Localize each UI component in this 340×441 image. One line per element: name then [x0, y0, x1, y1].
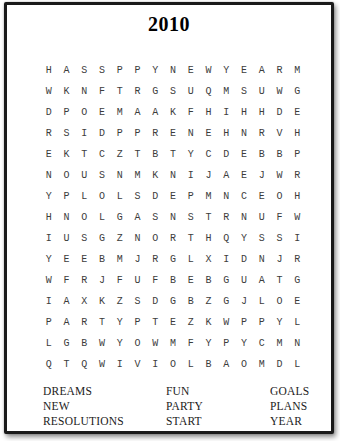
grid-cell[interactable]: U: [129, 270, 147, 291]
grid-cell[interactable]: N: [253, 249, 271, 270]
grid-cell[interactable]: F: [93, 81, 111, 102]
grid-cell[interactable]: F: [111, 270, 129, 291]
grid-cell[interactable]: F: [146, 270, 164, 291]
grid-cell[interactable]: C: [235, 186, 253, 207]
grid-cell[interactable]: P: [40, 312, 58, 333]
grid-cell[interactable]: E: [253, 186, 271, 207]
grid-cell[interactable]: W: [146, 333, 164, 354]
grid-cell[interactable]: O: [146, 228, 164, 249]
grid-cell[interactable]: E: [235, 144, 253, 165]
grid-cell[interactable]: U: [58, 228, 76, 249]
grid-cell[interactable]: A: [217, 165, 235, 186]
grid-cell[interactable]: V: [271, 123, 289, 144]
grid-cell[interactable]: E: [182, 270, 200, 291]
grid-cell[interactable]: S: [164, 81, 182, 102]
grid-cell[interactable]: H: [288, 123, 306, 144]
grid-cell[interactable]: I: [146, 354, 164, 375]
grid-cell[interactable]: K: [164, 102, 182, 123]
grid-cell[interactable]: D: [146, 186, 164, 207]
grid-cell[interactable]: Q: [200, 81, 218, 102]
grid-cell[interactable]: S: [271, 228, 289, 249]
grid-cell[interactable]: F: [271, 207, 289, 228]
grid-cell[interactable]: W: [93, 333, 111, 354]
word-list-item: RESOLUTIONS: [43, 414, 166, 429]
grid-cell[interactable]: G: [164, 249, 182, 270]
grid-cell[interactable]: E: [200, 123, 218, 144]
grid-cell[interactable]: N: [111, 165, 129, 186]
word-list-item: START: [166, 414, 270, 429]
grid-cell[interactable]: U: [253, 207, 271, 228]
grid-cell[interactable]: Y: [182, 144, 200, 165]
grid-cell[interactable]: R: [75, 270, 93, 291]
grid-cell[interactable]: Y: [146, 60, 164, 81]
grid-cell[interactable]: L: [93, 207, 111, 228]
grid-cell[interactable]: R: [288, 165, 306, 186]
puzzle-title: 2010: [7, 13, 331, 36]
grid-cell[interactable]: S: [75, 60, 93, 81]
grid-cell[interactable]: M: [200, 186, 218, 207]
grid-cell[interactable]: Z: [111, 291, 129, 312]
grid-cell[interactable]: G: [146, 81, 164, 102]
grid-cell[interactable]: Q: [40, 354, 58, 375]
word-list-item: DREAMS: [43, 384, 166, 399]
grid-cell[interactable]: J: [93, 270, 111, 291]
grid-cell[interactable]: N: [164, 207, 182, 228]
grid-cell[interactable]: P: [111, 123, 129, 144]
grid-cell[interactable]: N: [75, 81, 93, 102]
grid-cell[interactable]: L: [253, 291, 271, 312]
grid-cell[interactable]: P: [58, 186, 76, 207]
grid-cell[interactable]: L: [182, 249, 200, 270]
grid-cell[interactable]: O: [129, 333, 147, 354]
grid-cell[interactable]: N: [182, 123, 200, 144]
grid-cell[interactable]: Y: [235, 333, 253, 354]
grid-cell[interactable]: L: [75, 186, 93, 207]
grid-cell[interactable]: O: [58, 165, 76, 186]
grid-cell[interactable]: M: [288, 60, 306, 81]
word-list-item: YEAR: [270, 414, 309, 429]
grid-cell[interactable]: A: [217, 354, 235, 375]
grid-cell[interactable]: G: [93, 228, 111, 249]
grid-cell[interactable]: B: [271, 144, 289, 165]
grid-cell[interactable]: T: [111, 81, 129, 102]
grid-cell[interactable]: S: [93, 60, 111, 81]
grid-cell[interactable]: H: [200, 228, 218, 249]
grid-cell[interactable]: S: [146, 207, 164, 228]
word-search-screenshot: { "game": "word-search", "title": "2010"…: [0, 0, 340, 441]
grid-cell[interactable]: R: [271, 60, 289, 81]
grid-cell[interactable]: H: [217, 123, 235, 144]
grid-cell[interactable]: G: [58, 333, 76, 354]
grid-cell[interactable]: H: [200, 102, 218, 123]
grid-cell[interactable]: I: [217, 249, 235, 270]
grid-cell[interactable]: G: [217, 291, 235, 312]
grid-cell[interactable]: K: [58, 144, 76, 165]
grid-cell[interactable]: D: [271, 354, 289, 375]
letter-grid: HASSPPYNEWYEARMWKNFTRGSUQMSUWGDPOEMAAKFH…: [40, 60, 306, 375]
grid-cell[interactable]: G: [217, 270, 235, 291]
grid-cell[interactable]: O: [75, 207, 93, 228]
grid-cell[interactable]: O: [164, 354, 182, 375]
grid-cell[interactable]: L: [288, 312, 306, 333]
grid-cell[interactable]: A: [129, 207, 147, 228]
grid-cell[interactable]: G: [164, 291, 182, 312]
grid-cell[interactable]: Q: [217, 228, 235, 249]
grid-cell[interactable]: W: [217, 312, 235, 333]
grid-cell[interactable]: S: [253, 228, 271, 249]
grid-cell[interactable]: Y: [235, 228, 253, 249]
grid-cell[interactable]: P: [288, 144, 306, 165]
grid-cell[interactable]: F: [182, 333, 200, 354]
grid-cell[interactable]: N: [164, 60, 182, 81]
word-list-item: GOALS: [270, 384, 309, 399]
grid-cell[interactable]: B: [146, 144, 164, 165]
grid-cell[interactable]: T: [271, 270, 289, 291]
grid-cell[interactable]: O: [271, 186, 289, 207]
word-list-item: FUN: [166, 384, 270, 399]
grid-cell[interactable]: N: [164, 165, 182, 186]
grid-cell[interactable]: Z: [200, 291, 218, 312]
grid-cell[interactable]: E: [40, 144, 58, 165]
word-list-column: GOALSPLANSYEAR: [270, 384, 309, 429]
word-list-column: DREAMSNEWRESOLUTIONS: [43, 384, 166, 429]
grid-cell[interactable]: M: [164, 333, 182, 354]
grid-cell[interactable]: B: [253, 144, 271, 165]
grid-cell[interactable]: R: [146, 249, 164, 270]
grid-cell[interactable]: N: [40, 165, 58, 186]
grid-cell[interactable]: I: [111, 354, 129, 375]
grid-cell[interactable]: B: [182, 291, 200, 312]
grid-cell[interactable]: A: [58, 60, 76, 81]
grid-cell[interactable]: C: [253, 333, 271, 354]
grid-cell[interactable]: I: [75, 123, 93, 144]
grid-cell[interactable]: F: [58, 270, 76, 291]
grid-cell[interactable]: G: [111, 207, 129, 228]
grid-cell[interactable]: L: [40, 333, 58, 354]
grid-cell[interactable]: A: [129, 102, 147, 123]
grid-cell[interactable]: W: [40, 270, 58, 291]
grid-cell[interactable]: H: [235, 102, 253, 123]
grid-cell[interactable]: N: [217, 186, 235, 207]
grid-cell[interactable]: T: [75, 144, 93, 165]
grid-cell[interactable]: R: [217, 207, 235, 228]
grid-cell[interactable]: M: [111, 102, 129, 123]
grid-cell[interactable]: D: [271, 102, 289, 123]
grid-cell[interactable]: B: [93, 249, 111, 270]
grid-cell[interactable]: W: [288, 207, 306, 228]
grid-cell[interactable]: X: [200, 249, 218, 270]
grid-cell[interactable]: C: [93, 144, 111, 165]
word-list-item: NEW: [43, 399, 166, 414]
grid-cell[interactable]: G: [288, 81, 306, 102]
grid-cell[interactable]: P: [129, 312, 147, 333]
grid-cell[interactable]: R: [129, 81, 147, 102]
grid-cell[interactable]: N: [288, 333, 306, 354]
grid-cell[interactable]: H: [40, 207, 58, 228]
grid-cell[interactable]: Y: [111, 333, 129, 354]
grid-cell[interactable]: W: [200, 60, 218, 81]
grid-cell[interactable]: P: [129, 60, 147, 81]
grid-cell[interactable]: Y: [111, 312, 129, 333]
grid-cell[interactable]: T: [146, 312, 164, 333]
grid-cell[interactable]: R: [253, 123, 271, 144]
grid-cell[interactable]: P: [235, 312, 253, 333]
grid-cell[interactable]: W: [40, 81, 58, 102]
grid-cell[interactable]: O: [75, 102, 93, 123]
grid-cell[interactable]: M: [129, 165, 147, 186]
grid-cell[interactable]: W: [93, 354, 111, 375]
grid-cell[interactable]: U: [235, 270, 253, 291]
grid-cell[interactable]: S: [182, 207, 200, 228]
grid-cell[interactable]: W: [271, 81, 289, 102]
grid-cell[interactable]: E: [75, 249, 93, 270]
grid-cell[interactable]: D: [40, 102, 58, 123]
grid-cell[interactable]: R: [75, 312, 93, 333]
grid-cell[interactable]: Z: [111, 228, 129, 249]
grid-cell[interactable]: G: [288, 270, 306, 291]
grid-cell[interactable]: B: [164, 270, 182, 291]
grid-cell[interactable]: D: [235, 249, 253, 270]
grid-cell[interactable]: K: [146, 165, 164, 186]
grid-cell[interactable]: O: [235, 354, 253, 375]
grid-cell[interactable]: L: [182, 354, 200, 375]
grid-cell[interactable]: X: [75, 291, 93, 312]
grid-cell[interactable]: N: [58, 207, 76, 228]
grid-cell[interactable]: I: [217, 102, 235, 123]
grid-cell[interactable]: T: [164, 144, 182, 165]
grid-cell[interactable]: F: [182, 102, 200, 123]
grid-cell[interactable]: J: [253, 165, 271, 186]
grid-cell[interactable]: R: [40, 123, 58, 144]
grid-cell[interactable]: B: [75, 333, 93, 354]
grid-cell[interactable]: Y: [200, 333, 218, 354]
grid-cell[interactable]: T: [93, 312, 111, 333]
grid-cell[interactable]: N: [129, 228, 147, 249]
grid-cell[interactable]: E: [235, 60, 253, 81]
grid-cell[interactable]: E: [58, 249, 76, 270]
grid-cell[interactable]: I: [40, 228, 58, 249]
grid-cell[interactable]: T: [200, 207, 218, 228]
word-list-column: FUNPARTYSTART: [166, 384, 270, 429]
grid-cell[interactable]: S: [75, 228, 93, 249]
grid-cell[interactable]: O: [271, 291, 289, 312]
grid-cell[interactable]: Y: [40, 249, 58, 270]
grid-cell[interactable]: P: [58, 102, 76, 123]
grid-cell[interactable]: H: [253, 102, 271, 123]
word-list: DREAMSNEWRESOLUTIONSFUNPARTYSTARTGOALSPL…: [43, 384, 307, 429]
grid-cell[interactable]: E: [288, 102, 306, 123]
grid-cell[interactable]: J: [129, 249, 147, 270]
grid-cell[interactable]: I: [288, 228, 306, 249]
grid-cell[interactable]: S: [129, 291, 147, 312]
grid-cell[interactable]: E: [288, 291, 306, 312]
grid-cell[interactable]: T: [129, 144, 147, 165]
grid-cell[interactable]: A: [146, 102, 164, 123]
grid-cell[interactable]: A: [58, 312, 76, 333]
grid-cell[interactable]: M: [271, 333, 289, 354]
grid-cell[interactable]: Y: [40, 186, 58, 207]
grid-cell[interactable]: E: [164, 312, 182, 333]
grid-cell[interactable]: E: [235, 165, 253, 186]
grid-cell[interactable]: U: [182, 81, 200, 102]
grid-cell[interactable]: E: [182, 60, 200, 81]
grid-cell[interactable]: A: [253, 60, 271, 81]
word-list-item: PLANS: [270, 399, 309, 414]
grid-cell[interactable]: I: [40, 291, 58, 312]
grid-cell[interactable]: U: [75, 165, 93, 186]
grid-cell[interactable]: S: [93, 165, 111, 186]
grid-cell[interactable]: K: [93, 291, 111, 312]
grid-cell[interactable]: O: [93, 186, 111, 207]
grid-cell[interactable]: J: [235, 291, 253, 312]
grid-cell[interactable]: K: [58, 81, 76, 102]
grid-cell[interactable]: R: [164, 228, 182, 249]
grid-cell[interactable]: J: [200, 165, 218, 186]
grid-cell[interactable]: E: [164, 123, 182, 144]
grid-cell[interactable]: V: [129, 354, 147, 375]
grid-cell[interactable]: J: [271, 249, 289, 270]
grid-cell[interactable]: D: [146, 291, 164, 312]
grid-cell[interactable]: B: [200, 270, 218, 291]
grid-cell[interactable]: Z: [111, 144, 129, 165]
grid-cell[interactable]: P: [253, 312, 271, 333]
grid-cell[interactable]: A: [58, 291, 76, 312]
grid-cell[interactable]: U: [253, 81, 271, 102]
word-list-item: PARTY: [166, 399, 270, 414]
grid-cell[interactable]: M: [217, 81, 235, 102]
grid-cell[interactable]: C: [200, 144, 218, 165]
grid-cell[interactable]: P: [217, 333, 235, 354]
grid-cell[interactable]: T: [182, 228, 200, 249]
grid-cell[interactable]: D: [93, 123, 111, 144]
grid-cell[interactable]: M: [111, 249, 129, 270]
grid-cell[interactable]: W: [271, 165, 289, 186]
grid-cell[interactable]: E: [164, 186, 182, 207]
grid-cell[interactable]: H: [288, 186, 306, 207]
grid-cell[interactable]: S: [58, 123, 76, 144]
grid-cell[interactable]: P: [182, 186, 200, 207]
grid-cell[interactable]: T: [58, 354, 76, 375]
grid-cell[interactable]: M: [253, 354, 271, 375]
grid-cell[interactable]: N: [235, 123, 253, 144]
grid-cell[interactable]: Y: [217, 60, 235, 81]
grid-cell[interactable]: P: [111, 60, 129, 81]
grid-cell[interactable]: I: [182, 165, 200, 186]
grid-cell[interactable]: P: [129, 123, 147, 144]
grid-cell[interactable]: Y: [271, 312, 289, 333]
grid-cell[interactable]: Z: [182, 312, 200, 333]
grid-cell[interactable]: R: [146, 123, 164, 144]
grid-cell[interactable]: R: [288, 249, 306, 270]
grid-cell[interactable]: A: [253, 270, 271, 291]
grid-cell[interactable]: B: [200, 354, 218, 375]
grid-cell[interactable]: S: [235, 81, 253, 102]
grid-cell[interactable]: E: [93, 102, 111, 123]
grid-cell[interactable]: S: [129, 186, 147, 207]
puzzle-page: 2010 HASSPPYNEWYEARMWKNFTRGSUQMSUWGDPOEM…: [4, 2, 334, 434]
grid-cell[interactable]: N: [235, 207, 253, 228]
grid-cell[interactable]: K: [200, 312, 218, 333]
grid-cell[interactable]: L: [111, 186, 129, 207]
grid-cell[interactable]: L: [288, 354, 306, 375]
grid-cell[interactable]: H: [40, 60, 58, 81]
grid-cell[interactable]: Q: [75, 354, 93, 375]
grid-cell[interactable]: D: [217, 144, 235, 165]
